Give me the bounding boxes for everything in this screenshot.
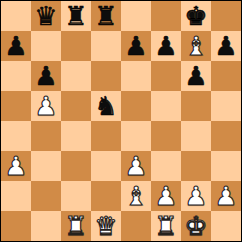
black-queen[interactable]: ♛ (34, 1, 57, 31)
white-bishop[interactable]: ♝ (184, 31, 207, 61)
square-b4[interactable] (31, 121, 61, 151)
square-c7[interactable] (61, 31, 91, 61)
square-f2[interactable]: ♟ (151, 181, 181, 211)
white-pawn[interactable]: ♟ (154, 181, 177, 211)
white-pawn[interactable]: ♟ (4, 151, 27, 181)
square-g7[interactable]: ♝ (181, 31, 211, 61)
square-g6[interactable]: ♟ (181, 61, 211, 91)
square-e8[interactable] (121, 1, 151, 31)
square-d2[interactable] (91, 181, 121, 211)
square-g1[interactable]: ♚ (181, 211, 211, 241)
square-f4[interactable] (151, 121, 181, 151)
square-e4[interactable] (121, 121, 151, 151)
black-pawn[interactable]: ♟ (124, 31, 147, 61)
square-e2[interactable]: ♝ (121, 181, 151, 211)
square-e7[interactable]: ♟ (121, 31, 151, 61)
square-h1[interactable] (211, 211, 241, 241)
square-d5[interactable]: ♞ (91, 91, 121, 121)
square-a5[interactable] (1, 91, 31, 121)
square-f3[interactable] (151, 151, 181, 181)
square-a2[interactable] (1, 181, 31, 211)
black-pawn[interactable]: ♟ (214, 31, 237, 61)
square-h8[interactable] (211, 1, 241, 31)
square-h5[interactable] (211, 91, 241, 121)
white-pawn[interactable]: ♟ (184, 181, 207, 211)
square-b3[interactable] (31, 151, 61, 181)
square-g4[interactable] (181, 121, 211, 151)
square-g5[interactable] (181, 91, 211, 121)
square-c1[interactable]: ♜ (61, 211, 91, 241)
square-d7[interactable] (91, 31, 121, 61)
white-pawn[interactable]: ♟ (34, 91, 57, 121)
square-h4[interactable] (211, 121, 241, 151)
square-h6[interactable] (211, 61, 241, 91)
white-king[interactable]: ♚ (184, 211, 207, 241)
black-pawn[interactable]: ♟ (154, 31, 177, 61)
black-pawn[interactable]: ♟ (184, 61, 207, 91)
square-d1[interactable]: ♛ (91, 211, 121, 241)
white-queen[interactable]: ♛ (94, 211, 117, 241)
square-b1[interactable] (31, 211, 61, 241)
black-king[interactable]: ♚ (184, 1, 207, 31)
square-d8[interactable]: ♜ (91, 1, 121, 31)
square-f6[interactable] (151, 61, 181, 91)
square-d4[interactable] (91, 121, 121, 151)
square-e5[interactable] (121, 91, 151, 121)
square-h2[interactable]: ♟ (211, 181, 241, 211)
square-h7[interactable]: ♟ (211, 31, 241, 61)
square-e6[interactable] (121, 61, 151, 91)
square-d3[interactable] (91, 151, 121, 181)
square-c3[interactable] (61, 151, 91, 181)
square-d6[interactable] (91, 61, 121, 91)
black-rook[interactable]: ♜ (64, 1, 87, 31)
square-c6[interactable] (61, 61, 91, 91)
white-pawn[interactable]: ♟ (124, 151, 147, 181)
square-a6[interactable] (1, 61, 31, 91)
square-e1[interactable] (121, 211, 151, 241)
black-pawn[interactable]: ♟ (4, 31, 27, 61)
square-h3[interactable] (211, 151, 241, 181)
square-c8[interactable]: ♜ (61, 1, 91, 31)
square-a4[interactable] (1, 121, 31, 151)
square-b6[interactable]: ♟ (31, 61, 61, 91)
square-e3[interactable]: ♟ (121, 151, 151, 181)
square-a7[interactable]: ♟ (1, 31, 31, 61)
square-b2[interactable] (31, 181, 61, 211)
square-g8[interactable]: ♚ (181, 1, 211, 31)
square-a8[interactable] (1, 1, 31, 31)
black-knight[interactable]: ♞ (94, 91, 117, 121)
white-pawn[interactable]: ♟ (214, 181, 237, 211)
square-b8[interactable]: ♛ (31, 1, 61, 31)
black-pawn[interactable]: ♟ (34, 61, 57, 91)
square-c2[interactable] (61, 181, 91, 211)
chess-board-frame: ♛♜♜♚♟♟♟♝♟♟♟♟♞♟♟♝♟♟♟♜♛♜♚ (0, 0, 242, 242)
white-rook[interactable]: ♜ (154, 211, 177, 241)
chess-board: ♛♜♜♚♟♟♟♝♟♟♟♟♞♟♟♝♟♟♟♜♛♜♚ (1, 1, 241, 241)
square-f8[interactable] (151, 1, 181, 31)
square-a3[interactable]: ♟ (1, 151, 31, 181)
square-f7[interactable]: ♟ (151, 31, 181, 61)
square-f1[interactable]: ♜ (151, 211, 181, 241)
square-b5[interactable]: ♟ (31, 91, 61, 121)
black-rook[interactable]: ♜ (94, 1, 117, 31)
square-a1[interactable] (1, 211, 31, 241)
square-b7[interactable] (31, 31, 61, 61)
square-c5[interactable] (61, 91, 91, 121)
white-bishop[interactable]: ♝ (124, 181, 147, 211)
square-g3[interactable] (181, 151, 211, 181)
square-f5[interactable] (151, 91, 181, 121)
square-g2[interactable]: ♟ (181, 181, 211, 211)
square-c4[interactable] (61, 121, 91, 151)
white-rook[interactable]: ♜ (64, 211, 87, 241)
